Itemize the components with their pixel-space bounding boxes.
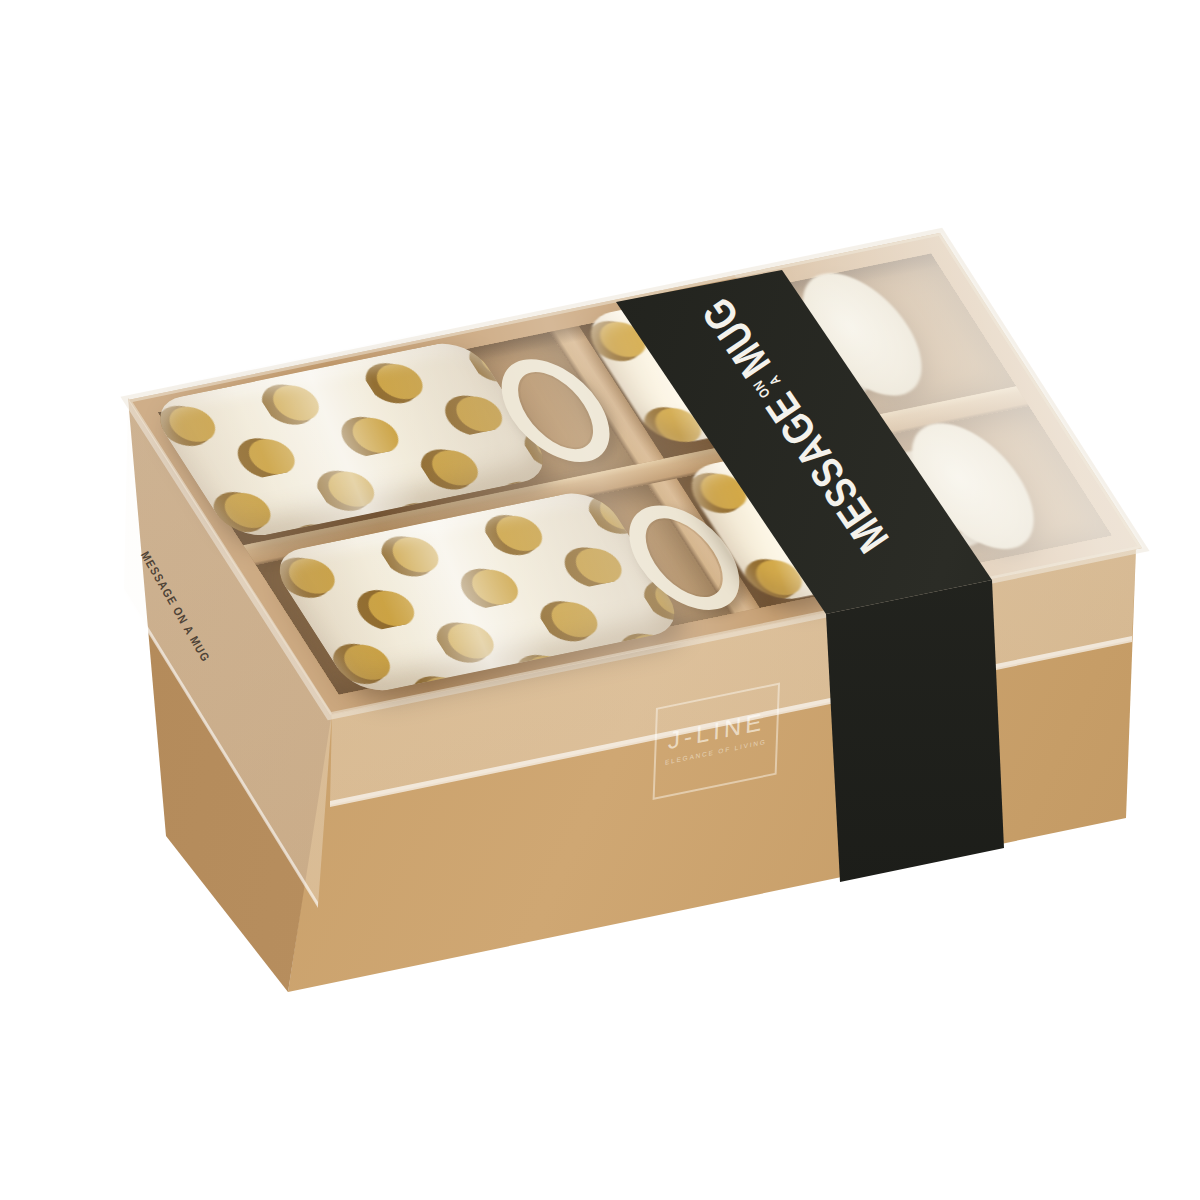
sleeve-word-a: A [766, 373, 783, 388]
product-photo: J-LINE ELEGANCE OF LIVING MESSAGE ON A M… [0, 0, 1200, 1200]
